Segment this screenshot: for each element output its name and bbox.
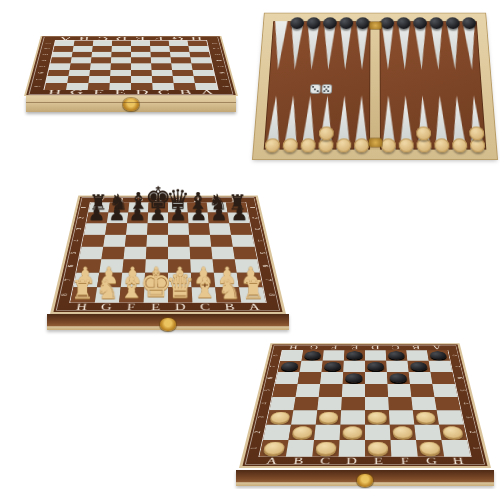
board-cell[interactable] bbox=[341, 397, 365, 410]
board-cell[interactable] bbox=[434, 397, 460, 410]
black-checker[interactable] bbox=[346, 351, 362, 359]
board-cell[interactable] bbox=[296, 384, 321, 397]
brass-clasp-icon[interactable] bbox=[357, 474, 373, 487]
board-cell[interactable] bbox=[109, 83, 131, 90]
die-pip bbox=[314, 88, 316, 90]
die-icon[interactable] bbox=[322, 85, 331, 93]
file-label: A bbox=[241, 302, 267, 312]
backgammon-half bbox=[380, 21, 487, 149]
coordinate-letters: ABCDEFGH bbox=[257, 456, 472, 466]
black-checker[interactable] bbox=[413, 17, 427, 29]
board-cell[interactable] bbox=[231, 235, 254, 247]
board-cell[interactable] bbox=[293, 397, 318, 410]
board-cell[interactable] bbox=[131, 70, 152, 76]
board-cell[interactable] bbox=[105, 223, 127, 234]
board-cell[interactable] bbox=[88, 83, 110, 90]
wood-checker[interactable] bbox=[381, 138, 396, 152]
black-checker[interactable] bbox=[280, 362, 298, 371]
wood-checker[interactable] bbox=[417, 138, 432, 152]
board-cell[interactable] bbox=[152, 76, 174, 83]
black-checker[interactable] bbox=[355, 17, 369, 29]
wood-checker[interactable] bbox=[452, 138, 468, 152]
die-pip bbox=[323, 86, 325, 88]
file-label: D bbox=[131, 90, 153, 96]
points-row bbox=[380, 21, 481, 70]
board-cell[interactable] bbox=[429, 361, 453, 372]
board-cell[interactable] bbox=[320, 372, 343, 384]
board-cell[interactable] bbox=[301, 350, 323, 361]
board-cell[interactable] bbox=[68, 70, 90, 76]
checkers-board: ABCDEFGHABCDEFGH8765432187654321 bbox=[239, 343, 491, 468]
board-cell[interactable] bbox=[210, 235, 233, 247]
board-cell[interactable] bbox=[266, 410, 293, 424]
checkers-view: ABCDEFGHABCDEFGH8765432187654321 bbox=[230, 320, 500, 486]
board-cell[interactable] bbox=[319, 384, 343, 397]
board-cell[interactable] bbox=[410, 384, 435, 397]
board-cell[interactable] bbox=[432, 384, 457, 397]
board-cell[interactable] bbox=[89, 70, 110, 76]
board-cell[interactable] bbox=[339, 440, 365, 456]
file-label: A bbox=[196, 90, 219, 96]
board-cell[interactable] bbox=[269, 397, 295, 410]
board-cell[interactable] bbox=[110, 70, 131, 76]
board-cell[interactable] bbox=[365, 425, 390, 440]
die-pip bbox=[328, 86, 330, 88]
board-cell[interactable] bbox=[409, 372, 433, 384]
board-cell[interactable] bbox=[229, 223, 252, 234]
board-cell[interactable] bbox=[343, 372, 365, 384]
closed-box-view: HGFEDCBAHGFEDCBA1234567812345678 bbox=[24, 26, 238, 112]
board-cell[interactable] bbox=[48, 70, 70, 76]
board-cell[interactable] bbox=[125, 235, 147, 247]
wood-checker[interactable] bbox=[368, 442, 389, 455]
board-cell[interactable] bbox=[152, 83, 174, 90]
backgammon-frame bbox=[253, 13, 497, 159]
file-label: G bbox=[65, 90, 88, 96]
board-cell[interactable] bbox=[278, 361, 302, 372]
board-cell[interactable] bbox=[195, 83, 218, 90]
board-cell[interactable] bbox=[172, 70, 194, 76]
black-checker[interactable] bbox=[304, 351, 321, 359]
board-cell[interactable] bbox=[365, 384, 388, 397]
board-cell[interactable] bbox=[286, 440, 314, 456]
wood-checker[interactable] bbox=[292, 426, 313, 438]
board-cell[interactable] bbox=[131, 76, 152, 83]
wood-checker[interactable] bbox=[319, 412, 339, 423]
backgammon-board bbox=[253, 13, 497, 159]
file-label: G bbox=[418, 456, 446, 466]
board-cell[interactable] bbox=[173, 76, 195, 83]
product-photo-canvas: HGFEDCBAHGFEDCBA1234567812345678 ♜♞♝♚♛♝♞… bbox=[0, 0, 500, 489]
board-cell[interactable] bbox=[386, 350, 408, 361]
die-icon[interactable] bbox=[311, 85, 320, 93]
board-cell[interactable] bbox=[414, 425, 441, 440]
brass-clasp-icon[interactable] bbox=[123, 98, 139, 111]
board-cell[interactable] bbox=[365, 350, 386, 361]
board-cell[interactable] bbox=[441, 440, 470, 456]
board-cell[interactable] bbox=[365, 361, 387, 372]
file-label: F bbox=[118, 302, 143, 312]
wood-checker[interactable] bbox=[442, 426, 464, 438]
brass-clasp-icon[interactable] bbox=[160, 318, 176, 331]
board-cell[interactable] bbox=[387, 372, 410, 384]
chess-view: ♜♞♝♚♛♝♞♜♟♟♟♟♟♟♟♟♟♟♟♟♟♟♟♟♜♞♝♚♛♝♞♜HGFEDCBA… bbox=[30, 146, 306, 330]
file-label: C bbox=[311, 456, 338, 466]
board-cell[interactable] bbox=[437, 410, 464, 424]
points-row bbox=[270, 21, 371, 70]
backgammon-view bbox=[250, 4, 500, 159]
board-cell[interactable] bbox=[343, 361, 365, 372]
wood-checker[interactable] bbox=[368, 412, 387, 423]
board-cell[interactable] bbox=[233, 247, 257, 260]
black-checker[interactable] bbox=[429, 17, 443, 29]
wood-checker[interactable] bbox=[419, 442, 441, 455]
board-cell[interactable] bbox=[209, 223, 231, 234]
board-cell[interactable] bbox=[289, 425, 316, 440]
board-cell[interactable] bbox=[280, 350, 303, 361]
board-cell[interactable] bbox=[365, 372, 387, 384]
board-cell[interactable] bbox=[263, 425, 291, 440]
wood-checker[interactable] bbox=[354, 138, 369, 152]
board-cell[interactable] bbox=[439, 425, 467, 440]
checkers-box-front bbox=[236, 470, 494, 486]
file-label: E bbox=[143, 302, 168, 312]
board-frame: ♜♞♝♚♛♝♞♜♟♟♟♟♟♟♟♟♟♟♟♟♟♟♟♟♜♞♝♚♛♝♞♜HGFEDCBA… bbox=[50, 195, 286, 314]
board-cell[interactable] bbox=[388, 397, 413, 410]
black-checker[interactable] bbox=[410, 362, 428, 371]
die-pip bbox=[326, 88, 328, 90]
file-label: H bbox=[43, 90, 66, 96]
board-cell[interactable] bbox=[312, 440, 339, 456]
board-cell[interactable] bbox=[67, 76, 89, 83]
hinge-icon bbox=[369, 138, 382, 146]
board-cell[interactable] bbox=[430, 372, 454, 384]
wood-checker[interactable] bbox=[392, 426, 412, 438]
board-cell[interactable] bbox=[168, 223, 189, 234]
board-cell[interactable] bbox=[300, 361, 323, 372]
board-frame: HGFEDCBAHGFEDCBA1234567812345678 bbox=[24, 36, 238, 96]
board-cell[interactable] bbox=[147, 223, 168, 234]
board-cell[interactable] bbox=[66, 83, 88, 90]
board-cell[interactable] bbox=[124, 247, 147, 260]
wood-rook-icon[interactable]: ♜ bbox=[231, 277, 275, 302]
board-cell[interactable] bbox=[298, 372, 322, 384]
black-pawn-icon[interactable]: ♟ bbox=[221, 204, 258, 224]
wood-checker[interactable] bbox=[315, 442, 336, 455]
backgammon-point[interactable] bbox=[270, 21, 290, 70]
file-label: F bbox=[87, 90, 109, 96]
board-grid bbox=[44, 41, 217, 90]
black-checker[interactable] bbox=[445, 17, 459, 29]
board-cell[interactable] bbox=[427, 350, 450, 361]
black-checker[interactable] bbox=[462, 17, 476, 29]
board-cell[interactable] bbox=[194, 76, 216, 83]
board-cell[interactable] bbox=[189, 235, 211, 247]
board-cell[interactable] bbox=[365, 440, 391, 456]
coordinate-letters: HGFEDCBA bbox=[43, 90, 219, 96]
coordinate-letters: HGFEDCBA bbox=[68, 302, 267, 312]
file-label: C bbox=[153, 90, 175, 96]
board-cell[interactable] bbox=[146, 247, 168, 260]
board-grid: ♜♞♝♚♛♝♞♜♟♟♟♟♟♟♟♟♟♟♟♟♟♟♟♟♜♞♝♚♛♝♞♜ bbox=[70, 202, 265, 302]
board-cell[interactable] bbox=[406, 350, 428, 361]
board-cell[interactable] bbox=[168, 235, 190, 247]
file-label: B bbox=[284, 456, 312, 466]
board-cell[interactable] bbox=[317, 397, 342, 410]
board-cell[interactable] bbox=[323, 350, 345, 361]
board-cell[interactable] bbox=[407, 361, 430, 372]
wood-checker[interactable] bbox=[336, 138, 351, 152]
board-cell[interactable] bbox=[188, 223, 210, 234]
black-checker[interactable] bbox=[345, 373, 362, 382]
board-cell[interactable] bbox=[89, 76, 111, 83]
board-cell[interactable] bbox=[390, 440, 417, 456]
die-pip bbox=[323, 90, 325, 92]
board-cell[interactable] bbox=[389, 410, 414, 424]
board-cell[interactable] bbox=[211, 247, 235, 260]
wood-checker[interactable] bbox=[416, 127, 431, 141]
wood-checker[interactable] bbox=[318, 138, 333, 152]
board-cell[interactable] bbox=[316, 410, 341, 424]
board-cell[interactable] bbox=[365, 397, 389, 410]
file-label: B bbox=[174, 90, 197, 96]
file-label: G bbox=[93, 302, 119, 312]
board-cell[interactable] bbox=[151, 70, 172, 76]
board-cell[interactable] bbox=[79, 247, 103, 260]
file-label: B bbox=[217, 302, 243, 312]
board-cell[interactable] bbox=[272, 384, 297, 397]
die-pip bbox=[328, 90, 330, 92]
file-label: F bbox=[391, 456, 418, 466]
board-cell[interactable] bbox=[82, 235, 105, 247]
board-cell[interactable] bbox=[173, 83, 195, 90]
file-label: H bbox=[68, 302, 94, 312]
hinge-icon bbox=[369, 22, 381, 29]
board-cell[interactable] bbox=[386, 361, 408, 372]
board-cell[interactable] bbox=[46, 76, 68, 83]
board-cell[interactable] bbox=[411, 397, 436, 410]
board-cell[interactable] bbox=[291, 410, 317, 424]
board-cell[interactable] bbox=[413, 410, 439, 424]
file-label: H bbox=[444, 456, 472, 466]
black-checker[interactable] bbox=[429, 351, 447, 359]
wood-checker[interactable] bbox=[434, 138, 449, 152]
board-cell[interactable] bbox=[260, 440, 289, 456]
board-cell[interactable] bbox=[131, 83, 153, 90]
board-cell[interactable] bbox=[314, 425, 340, 440]
chess-board: ♜♞♝♚♛♝♞♜♟♟♟♟♟♟♟♟♟♟♟♟♟♟♟♟♜♞♝♚♛♝♞♜HGFEDCBA… bbox=[50, 195, 286, 314]
board-cell[interactable] bbox=[168, 247, 190, 260]
black-checker[interactable] bbox=[388, 351, 405, 359]
board-cell[interactable] bbox=[103, 235, 126, 247]
board-cell[interactable]: ♟ bbox=[228, 213, 250, 224]
wood-checker[interactable] bbox=[399, 138, 414, 152]
board-cell[interactable] bbox=[110, 76, 131, 83]
hinge-bar bbox=[370, 21, 380, 149]
board-cell[interactable] bbox=[190, 247, 213, 260]
file-label: E bbox=[109, 90, 131, 96]
board-cell[interactable] bbox=[192, 70, 214, 76]
closed-box-top-board: HGFEDCBAHGFEDCBA1234567812345678 bbox=[24, 36, 238, 96]
board-cell[interactable] bbox=[340, 425, 365, 440]
backgammon-half bbox=[264, 21, 371, 149]
board-cell[interactable] bbox=[387, 384, 411, 397]
board-cell[interactable] bbox=[416, 440, 444, 456]
wood-checker[interactable] bbox=[263, 442, 286, 455]
die-pip bbox=[316, 90, 318, 92]
black-checker[interactable] bbox=[339, 17, 353, 29]
board-cell[interactable] bbox=[342, 384, 365, 397]
board-cell[interactable] bbox=[390, 425, 416, 440]
file-label: D bbox=[338, 456, 365, 466]
black-checker[interactable] bbox=[389, 373, 407, 382]
board-grid bbox=[260, 350, 471, 456]
wood-checker[interactable] bbox=[469, 138, 485, 152]
wood-checker[interactable] bbox=[469, 127, 485, 141]
wood-checker[interactable] bbox=[269, 412, 290, 423]
die-pip bbox=[312, 86, 314, 88]
board-cell[interactable] bbox=[146, 235, 168, 247]
board-cell[interactable] bbox=[84, 223, 107, 234]
file-label: E bbox=[365, 456, 392, 466]
board-cell[interactable] bbox=[101, 247, 125, 260]
board-frame: ABCDEFGHABCDEFGH8765432187654321 bbox=[239, 343, 491, 468]
closed-box-front bbox=[26, 96, 236, 112]
black-checker[interactable] bbox=[367, 362, 384, 371]
black-checker[interactable] bbox=[324, 362, 341, 371]
file-label: C bbox=[192, 302, 217, 312]
board-cell[interactable]: ♜ bbox=[239, 287, 266, 302]
wood-checker[interactable] bbox=[342, 426, 362, 438]
file-label: D bbox=[168, 302, 193, 312]
wood-checker[interactable] bbox=[416, 412, 436, 423]
file-label: A bbox=[257, 456, 285, 466]
board-cell[interactable] bbox=[126, 223, 148, 234]
board-cell[interactable] bbox=[365, 410, 390, 424]
board-cell[interactable] bbox=[344, 350, 365, 361]
board-cell[interactable] bbox=[275, 372, 299, 384]
board-cell[interactable] bbox=[340, 410, 365, 424]
board-cell[interactable] bbox=[44, 83, 67, 90]
board-cell[interactable] bbox=[321, 361, 343, 372]
